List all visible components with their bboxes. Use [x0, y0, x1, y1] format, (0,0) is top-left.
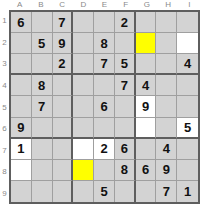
col-label-H: H: [158, 0, 179, 10]
column-labels: ABCDEFGHI: [9, 0, 200, 10]
row-labels: 123456789: [0, 10, 9, 204]
cell-I4[interactable]: [177, 75, 198, 96]
sudoku-app: ABCDEFGHI 123456789 67259827548747699512…: [0, 0, 200, 204]
cell-I6[interactable]: 5: [177, 118, 198, 139]
row-label-6: 6: [0, 118, 9, 140]
col-label-E: E: [94, 0, 115, 10]
cell-A6[interactable]: 9: [11, 118, 32, 139]
cell-A8[interactable]: [11, 160, 32, 181]
cell-B7[interactable]: [32, 139, 53, 160]
cell-E9[interactable]: 5: [94, 181, 115, 202]
cell-I5[interactable]: [177, 96, 198, 117]
cell-E5[interactable]: 6: [94, 96, 115, 117]
cell-F3[interactable]: 5: [115, 54, 136, 75]
col-label-I: I: [179, 0, 200, 10]
cell-D4[interactable]: [73, 75, 94, 96]
row-label-7: 7: [0, 139, 9, 161]
cell-E7[interactable]: 2: [94, 139, 115, 160]
cell-D8[interactable]: [73, 160, 94, 181]
cell-B2[interactable]: 5: [32, 33, 53, 54]
cell-I8[interactable]: [177, 160, 198, 181]
cell-I2[interactable]: [177, 33, 198, 54]
col-label-F: F: [115, 0, 136, 10]
row-label-2: 2: [0, 32, 9, 54]
cell-H8[interactable]: 9: [156, 160, 177, 181]
cell-E3[interactable]: 7: [94, 54, 115, 75]
cell-H4[interactable]: [156, 75, 177, 96]
cell-E8[interactable]: [94, 160, 115, 181]
cell-G5[interactable]: 9: [136, 96, 157, 117]
cell-F6[interactable]: [115, 118, 136, 139]
cell-H2[interactable]: [156, 33, 177, 54]
cell-D9[interactable]: [73, 181, 94, 202]
row-label-1: 1: [0, 10, 9, 32]
cell-G6[interactable]: [136, 118, 157, 139]
cell-C7[interactable]: [53, 139, 74, 160]
cell-B4[interactable]: 8: [32, 75, 53, 96]
cell-G2[interactable]: [136, 33, 157, 54]
cell-C5[interactable]: [53, 96, 74, 117]
cell-E6[interactable]: [94, 118, 115, 139]
row-label-5: 5: [0, 96, 9, 118]
cell-A5[interactable]: [11, 96, 32, 117]
cell-G3[interactable]: [136, 54, 157, 75]
col-label-A: A: [9, 0, 30, 10]
cell-H7[interactable]: 4: [156, 139, 177, 160]
cell-D1[interactable]: [73, 12, 94, 33]
cell-C2[interactable]: 9: [53, 33, 74, 54]
cell-H5[interactable]: [156, 96, 177, 117]
cell-F8[interactable]: 8: [115, 160, 136, 181]
cell-F2[interactable]: [115, 33, 136, 54]
cell-I7[interactable]: [177, 139, 198, 160]
cell-H9[interactable]: 7: [156, 181, 177, 202]
cell-D2[interactable]: [73, 33, 94, 54]
cell-I1[interactable]: [177, 12, 198, 33]
row-label-8: 8: [0, 161, 9, 183]
cell-B9[interactable]: [32, 181, 53, 202]
cell-C3[interactable]: 2: [53, 54, 74, 75]
row-label-4: 4: [0, 75, 9, 97]
cell-A7[interactable]: 1: [11, 139, 32, 160]
cell-A1[interactable]: 6: [11, 12, 32, 33]
cell-E2[interactable]: 8: [94, 33, 115, 54]
cell-F9[interactable]: [115, 181, 136, 202]
cell-H1[interactable]: [156, 12, 177, 33]
cell-F7[interactable]: 6: [115, 139, 136, 160]
cell-G1[interactable]: [136, 12, 157, 33]
cell-A3[interactable]: [11, 54, 32, 75]
cell-C8[interactable]: [53, 160, 74, 181]
cell-C1[interactable]: 7: [53, 12, 74, 33]
cell-D7[interactable]: [73, 139, 94, 160]
cell-G8[interactable]: 6: [136, 160, 157, 181]
cell-E4[interactable]: [94, 75, 115, 96]
cell-F1[interactable]: 2: [115, 12, 136, 33]
cell-A4[interactable]: [11, 75, 32, 96]
cell-F4[interactable]: 7: [115, 75, 136, 96]
row-label-9: 9: [0, 183, 9, 205]
cell-C4[interactable]: [53, 75, 74, 96]
cell-D5[interactable]: [73, 96, 94, 117]
cell-I3[interactable]: 4: [177, 54, 198, 75]
cell-B3[interactable]: [32, 54, 53, 75]
cell-B8[interactable]: [32, 160, 53, 181]
cell-B5[interactable]: 7: [32, 96, 53, 117]
cell-G7[interactable]: [136, 139, 157, 160]
cell-F5[interactable]: [115, 96, 136, 117]
cell-D3[interactable]: [73, 54, 94, 75]
cell-B6[interactable]: [32, 118, 53, 139]
cell-A2[interactable]: [11, 33, 32, 54]
col-label-B: B: [30, 0, 51, 10]
cell-H6[interactable]: [156, 118, 177, 139]
cell-G4[interactable]: 4: [136, 75, 157, 96]
cell-B1[interactable]: [32, 12, 53, 33]
col-label-D: D: [73, 0, 94, 10]
row-label-3: 3: [0, 53, 9, 75]
cell-H3[interactable]: [156, 54, 177, 75]
cell-G9[interactable]: [136, 181, 157, 202]
cell-I9[interactable]: 1: [177, 181, 198, 202]
cell-D6[interactable]: [73, 118, 94, 139]
cell-C9[interactable]: [53, 181, 74, 202]
col-label-C: C: [51, 0, 72, 10]
col-label-G: G: [136, 0, 157, 10]
cell-E1[interactable]: [94, 12, 115, 33]
sudoku-board: 6725982754874769951264869571: [9, 10, 200, 204]
cell-C6[interactable]: [53, 118, 74, 139]
cell-A9[interactable]: [11, 181, 32, 202]
